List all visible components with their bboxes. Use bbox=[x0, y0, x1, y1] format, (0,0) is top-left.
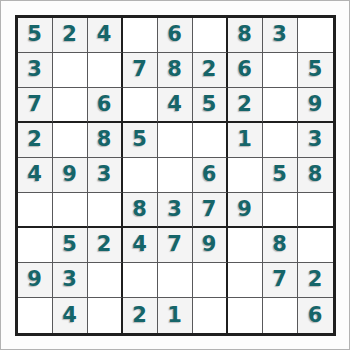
cell-r7c1[interactable] bbox=[18, 228, 53, 263]
cell-r3c7[interactable]: 2 bbox=[228, 88, 263, 123]
cell-r8c5[interactable] bbox=[158, 263, 193, 298]
cell-r6c5[interactable]: 3 bbox=[158, 193, 193, 228]
cell-r7c8[interactable]: 8 bbox=[263, 228, 298, 263]
cell-r8c2[interactable]: 3 bbox=[53, 263, 88, 298]
cell-r4c6[interactable] bbox=[193, 123, 228, 158]
cell-r1c9[interactable] bbox=[298, 18, 333, 53]
cell-r3c3[interactable]: 6 bbox=[88, 88, 123, 123]
cell-r3c5[interactable]: 4 bbox=[158, 88, 193, 123]
cell-r3c2[interactable] bbox=[53, 88, 88, 123]
cell-r8c1[interactable]: 9 bbox=[18, 263, 53, 298]
cell-r9c6[interactable] bbox=[193, 298, 228, 333]
cell-r4c1[interactable]: 2 bbox=[18, 123, 53, 158]
cell-r6c1[interactable] bbox=[18, 193, 53, 228]
cell-r6c2[interactable] bbox=[53, 193, 88, 228]
cell-r6c9[interactable] bbox=[298, 193, 333, 228]
cell-r2c1[interactable]: 3 bbox=[18, 53, 53, 88]
cell-r7c9[interactable] bbox=[298, 228, 333, 263]
cell-r7c7[interactable] bbox=[228, 228, 263, 263]
cell-r4c9[interactable]: 3 bbox=[298, 123, 333, 158]
cell-r7c2[interactable]: 5 bbox=[53, 228, 88, 263]
cell-r8c9[interactable]: 2 bbox=[298, 263, 333, 298]
cell-r1c8[interactable]: 3 bbox=[263, 18, 298, 53]
cell-r2c2[interactable] bbox=[53, 53, 88, 88]
cell-r9c7[interactable] bbox=[228, 298, 263, 333]
cell-r6c4[interactable]: 8 bbox=[123, 193, 158, 228]
sudoku-board: 5246833782657645292851349365883795247989… bbox=[15, 15, 336, 336]
cell-r1c4[interactable] bbox=[123, 18, 158, 53]
cell-r1c5[interactable]: 6 bbox=[158, 18, 193, 53]
cell-r5c9[interactable]: 8 bbox=[298, 158, 333, 193]
cell-r4c5[interactable] bbox=[158, 123, 193, 158]
sudoku-page: 5246833782657645292851349365883795247989… bbox=[0, 0, 350, 350]
cell-r3c1[interactable]: 7 bbox=[18, 88, 53, 123]
cell-r7c3[interactable]: 2 bbox=[88, 228, 123, 263]
cell-r3c8[interactable] bbox=[263, 88, 298, 123]
cell-r5c4[interactable] bbox=[123, 158, 158, 193]
cell-r4c7[interactable]: 1 bbox=[228, 123, 263, 158]
cell-r9c2[interactable]: 4 bbox=[53, 298, 88, 333]
cell-r5c1[interactable]: 4 bbox=[18, 158, 53, 193]
cell-r9c3[interactable] bbox=[88, 298, 123, 333]
cell-r5c8[interactable]: 5 bbox=[263, 158, 298, 193]
cell-r7c6[interactable]: 9 bbox=[193, 228, 228, 263]
cell-r4c8[interactable] bbox=[263, 123, 298, 158]
cell-r8c4[interactable] bbox=[123, 263, 158, 298]
cell-r9c5[interactable]: 1 bbox=[158, 298, 193, 333]
cell-r5c5[interactable] bbox=[158, 158, 193, 193]
cell-r1c1[interactable]: 5 bbox=[18, 18, 53, 53]
cell-r1c3[interactable]: 4 bbox=[88, 18, 123, 53]
cell-r6c3[interactable] bbox=[88, 193, 123, 228]
cell-r1c2[interactable]: 2 bbox=[53, 18, 88, 53]
cell-r2c8[interactable] bbox=[263, 53, 298, 88]
cell-r2c3[interactable] bbox=[88, 53, 123, 88]
cell-r5c7[interactable] bbox=[228, 158, 263, 193]
cell-r2c6[interactable]: 2 bbox=[193, 53, 228, 88]
cell-r2c7[interactable]: 6 bbox=[228, 53, 263, 88]
cell-r9c1[interactable] bbox=[18, 298, 53, 333]
cell-r4c3[interactable]: 8 bbox=[88, 123, 123, 158]
cell-r9c9[interactable]: 6 bbox=[298, 298, 333, 333]
cell-r5c3[interactable]: 3 bbox=[88, 158, 123, 193]
cell-r9c4[interactable]: 2 bbox=[123, 298, 158, 333]
cell-r8c8[interactable]: 7 bbox=[263, 263, 298, 298]
cell-r2c9[interactable]: 5 bbox=[298, 53, 333, 88]
cell-r8c3[interactable] bbox=[88, 263, 123, 298]
cell-r3c4[interactable] bbox=[123, 88, 158, 123]
cell-r1c7[interactable]: 8 bbox=[228, 18, 263, 53]
cell-r8c7[interactable] bbox=[228, 263, 263, 298]
cell-r2c4[interactable]: 7 bbox=[123, 53, 158, 88]
cell-r6c8[interactable] bbox=[263, 193, 298, 228]
cell-r7c4[interactable]: 4 bbox=[123, 228, 158, 263]
cell-r4c4[interactable]: 5 bbox=[123, 123, 158, 158]
cell-r3c9[interactable]: 9 bbox=[298, 88, 333, 123]
cell-r3c6[interactable]: 5 bbox=[193, 88, 228, 123]
cell-r6c7[interactable]: 9 bbox=[228, 193, 263, 228]
cell-r9c8[interactable] bbox=[263, 298, 298, 333]
cell-r2c5[interactable]: 8 bbox=[158, 53, 193, 88]
cell-r8c6[interactable] bbox=[193, 263, 228, 298]
cell-r5c2[interactable]: 9 bbox=[53, 158, 88, 193]
cell-r5c6[interactable]: 6 bbox=[193, 158, 228, 193]
cell-r4c2[interactable] bbox=[53, 123, 88, 158]
cell-r6c6[interactable]: 7 bbox=[193, 193, 228, 228]
cell-r1c6[interactable] bbox=[193, 18, 228, 53]
cell-r7c5[interactable]: 7 bbox=[158, 228, 193, 263]
